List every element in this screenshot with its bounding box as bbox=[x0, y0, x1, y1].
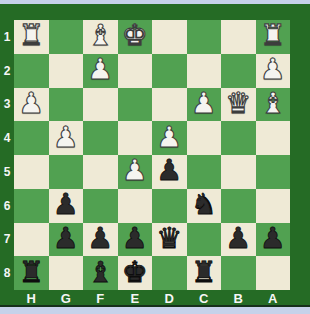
square-f4[interactable] bbox=[83, 121, 118, 155]
square-g4[interactable]: ♟ bbox=[49, 121, 84, 155]
square-a8[interactable] bbox=[256, 256, 291, 290]
white-rook[interactable]: ♜ bbox=[260, 21, 286, 50]
rank-label-8: 8 bbox=[0, 256, 14, 290]
square-b8[interactable] bbox=[221, 256, 256, 290]
white-pawn[interactable]: ♟ bbox=[53, 123, 79, 152]
white-rook[interactable]: ♜ bbox=[18, 21, 44, 50]
square-h1[interactable]: ♜ bbox=[14, 20, 49, 54]
square-c2[interactable] bbox=[187, 54, 222, 88]
black-king[interactable]: ♚ bbox=[122, 258, 148, 287]
square-a7[interactable]: ♟ bbox=[256, 223, 291, 257]
square-a4[interactable] bbox=[256, 121, 291, 155]
white-pawn[interactable]: ♟ bbox=[18, 89, 44, 118]
black-pawn[interactable]: ♟ bbox=[53, 224, 79, 253]
square-e6[interactable] bbox=[118, 189, 153, 223]
square-g5[interactable] bbox=[49, 155, 84, 189]
file-label-f: F bbox=[83, 290, 118, 306]
black-rook[interactable]: ♜ bbox=[191, 258, 217, 287]
square-g6[interactable]: ♟ bbox=[49, 189, 84, 223]
square-h3[interactable]: ♟ bbox=[14, 88, 49, 122]
square-b7[interactable]: ♟ bbox=[221, 223, 256, 257]
file-label-c: C bbox=[187, 290, 222, 306]
square-b1[interactable] bbox=[221, 20, 256, 54]
black-pawn[interactable]: ♟ bbox=[156, 156, 182, 185]
square-d3[interactable] bbox=[152, 88, 187, 122]
square-c6[interactable]: ♞ bbox=[187, 189, 222, 223]
white-pawn[interactable]: ♟ bbox=[191, 89, 217, 118]
square-f5[interactable] bbox=[83, 155, 118, 189]
rank-label-1: 1 bbox=[0, 20, 14, 54]
black-pawn[interactable]: ♟ bbox=[87, 224, 113, 253]
square-e8[interactable]: ♚ bbox=[118, 256, 153, 290]
square-a5[interactable] bbox=[256, 155, 291, 189]
file-label-h: H bbox=[14, 290, 49, 306]
square-d5[interactable]: ♟ bbox=[152, 155, 187, 189]
square-a1[interactable]: ♜ bbox=[256, 20, 291, 54]
white-pawn[interactable]: ♟ bbox=[156, 123, 182, 152]
white-king[interactable]: ♚ bbox=[122, 21, 148, 50]
square-a6[interactable] bbox=[256, 189, 291, 223]
file-labels: HGFEDCBA bbox=[14, 290, 290, 306]
white-bishop[interactable]: ♝ bbox=[87, 21, 113, 50]
square-f6[interactable] bbox=[83, 189, 118, 223]
square-e1[interactable]: ♚ bbox=[118, 20, 153, 54]
square-a2[interactable]: ♟ bbox=[256, 54, 291, 88]
rank-label-3: 3 bbox=[0, 88, 14, 122]
square-e4[interactable] bbox=[118, 121, 153, 155]
square-f8[interactable]: ♝ bbox=[83, 256, 118, 290]
square-g3[interactable] bbox=[49, 88, 84, 122]
chess-board: ♜♝♚♜♟♟♟♟♛♝♟♟♟♟♟♞♟♟♟♛♟♟♜♝♚♜ bbox=[14, 20, 290, 290]
square-h5[interactable] bbox=[14, 155, 49, 189]
square-c7[interactable] bbox=[187, 223, 222, 257]
page-edge-bottom bbox=[0, 307, 310, 314]
square-b3[interactable]: ♛ bbox=[221, 88, 256, 122]
black-rook[interactable]: ♜ bbox=[18, 258, 44, 287]
file-label-g: G bbox=[49, 290, 84, 306]
square-c5[interactable] bbox=[187, 155, 222, 189]
square-e5[interactable]: ♟ bbox=[118, 155, 153, 189]
rank-label-6: 6 bbox=[0, 189, 14, 223]
square-b4[interactable] bbox=[221, 121, 256, 155]
square-b2[interactable] bbox=[221, 54, 256, 88]
black-knight[interactable]: ♞ bbox=[191, 190, 217, 219]
square-g2[interactable] bbox=[49, 54, 84, 88]
square-h7[interactable] bbox=[14, 223, 49, 257]
square-f1[interactable]: ♝ bbox=[83, 20, 118, 54]
chess-app-window: 12345678 ♜♝♚♜♟♟♟♟♛♝♟♟♟♟♟♞♟♟♟♛♟♟♜♝♚♜ HGFE… bbox=[0, 0, 310, 314]
square-f7[interactable]: ♟ bbox=[83, 223, 118, 257]
square-f2[interactable]: ♟ bbox=[83, 54, 118, 88]
square-h2[interactable] bbox=[14, 54, 49, 88]
white-pawn[interactable]: ♟ bbox=[87, 55, 113, 84]
white-pawn[interactable]: ♟ bbox=[122, 156, 148, 185]
file-label-e: E bbox=[118, 290, 153, 306]
rank-labels: 12345678 bbox=[0, 20, 14, 290]
square-b6[interactable] bbox=[221, 189, 256, 223]
black-pawn[interactable]: ♟ bbox=[260, 224, 286, 253]
square-d1[interactable] bbox=[152, 20, 187, 54]
file-label-d: D bbox=[152, 290, 187, 306]
square-e7[interactable]: ♟ bbox=[118, 223, 153, 257]
rank-label-5: 5 bbox=[0, 155, 14, 189]
black-pawn[interactable]: ♟ bbox=[122, 224, 148, 253]
black-pawn[interactable]: ♟ bbox=[53, 190, 79, 219]
square-d4[interactable]: ♟ bbox=[152, 121, 187, 155]
square-c4[interactable] bbox=[187, 121, 222, 155]
square-c3[interactable]: ♟ bbox=[187, 88, 222, 122]
square-g7[interactable]: ♟ bbox=[49, 223, 84, 257]
square-f3[interactable] bbox=[83, 88, 118, 122]
square-h4[interactable] bbox=[14, 121, 49, 155]
white-bishop[interactable]: ♝ bbox=[260, 89, 286, 118]
square-d2[interactable] bbox=[152, 54, 187, 88]
square-b5[interactable] bbox=[221, 155, 256, 189]
square-d6[interactable] bbox=[152, 189, 187, 223]
square-a3[interactable]: ♝ bbox=[256, 88, 291, 122]
square-d7[interactable]: ♛ bbox=[152, 223, 187, 257]
square-c1[interactable] bbox=[187, 20, 222, 54]
square-g8[interactable] bbox=[49, 256, 84, 290]
file-label-a: A bbox=[256, 290, 291, 306]
rank-label-4: 4 bbox=[0, 121, 14, 155]
square-e3[interactable] bbox=[118, 88, 153, 122]
white-pawn[interactable]: ♟ bbox=[260, 55, 286, 84]
black-queen[interactable]: ♛ bbox=[156, 224, 182, 253]
rank-label-2: 2 bbox=[0, 54, 14, 88]
square-d8[interactable] bbox=[152, 256, 187, 290]
square-g1[interactable] bbox=[49, 20, 84, 54]
file-label-b: B bbox=[221, 290, 256, 306]
square-c8[interactable]: ♜ bbox=[187, 256, 222, 290]
square-h6[interactable] bbox=[14, 189, 49, 223]
white-queen[interactable]: ♛ bbox=[225, 89, 251, 118]
black-pawn[interactable]: ♟ bbox=[225, 224, 251, 253]
rank-label-7: 7 bbox=[0, 223, 14, 257]
square-h8[interactable]: ♜ bbox=[14, 256, 49, 290]
square-e2[interactable] bbox=[118, 54, 153, 88]
black-bishop[interactable]: ♝ bbox=[87, 258, 113, 287]
page-edge-top bbox=[0, 0, 310, 4]
